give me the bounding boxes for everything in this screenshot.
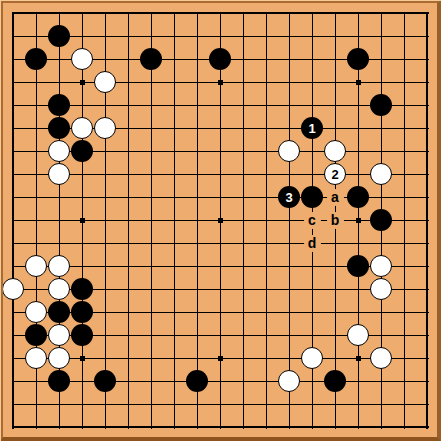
black-stone bbox=[209, 48, 231, 70]
white-stone bbox=[48, 163, 70, 185]
go-board: 123abcd bbox=[0, 0, 441, 441]
white-stone bbox=[71, 117, 93, 139]
white-stone bbox=[370, 347, 392, 369]
white-stone bbox=[2, 278, 24, 300]
black-stone bbox=[71, 301, 93, 323]
black-stone bbox=[370, 209, 392, 231]
black-stone bbox=[324, 370, 346, 392]
white-stone bbox=[48, 324, 70, 346]
black-stone bbox=[71, 324, 93, 346]
black-stone bbox=[48, 25, 70, 47]
black-stone bbox=[48, 117, 70, 139]
white-stone bbox=[370, 255, 392, 277]
point-label-c: c bbox=[304, 212, 321, 229]
black-stone bbox=[71, 278, 93, 300]
point-label-b: b bbox=[327, 212, 344, 229]
move-3-stone-black: 3 bbox=[278, 186, 300, 208]
white-stone bbox=[48, 278, 70, 300]
black-stone bbox=[48, 94, 70, 116]
white-stone bbox=[347, 324, 369, 346]
stones-layer: 123abcd bbox=[2, 2, 439, 439]
white-stone bbox=[301, 347, 323, 369]
black-stone bbox=[48, 370, 70, 392]
black-stone bbox=[186, 370, 208, 392]
black-stone bbox=[370, 94, 392, 116]
point-label-d: d bbox=[304, 235, 321, 252]
black-stone bbox=[94, 370, 116, 392]
white-stone bbox=[278, 370, 300, 392]
black-stone bbox=[347, 255, 369, 277]
move-2-stone-white: 2 bbox=[324, 163, 346, 185]
black-stone bbox=[25, 48, 47, 70]
white-stone bbox=[324, 140, 346, 162]
white-stone bbox=[370, 278, 392, 300]
black-stone bbox=[48, 301, 70, 323]
go-board-diagram: 123abcd bbox=[0, 0, 441, 441]
white-stone bbox=[48, 140, 70, 162]
black-stone bbox=[301, 186, 323, 208]
white-stone bbox=[25, 347, 47, 369]
black-stone bbox=[25, 324, 47, 346]
white-stone bbox=[25, 301, 47, 323]
white-stone bbox=[48, 347, 70, 369]
white-stone bbox=[25, 255, 47, 277]
black-stone bbox=[347, 48, 369, 70]
white-stone bbox=[370, 163, 392, 185]
black-stone bbox=[71, 140, 93, 162]
black-stone bbox=[347, 186, 369, 208]
white-stone bbox=[94, 117, 116, 139]
black-stone bbox=[140, 48, 162, 70]
move-1-stone-black: 1 bbox=[301, 117, 323, 139]
white-stone bbox=[94, 71, 116, 93]
point-label-a: a bbox=[327, 189, 344, 206]
white-stone bbox=[71, 48, 93, 70]
white-stone bbox=[48, 255, 70, 277]
white-stone bbox=[278, 140, 300, 162]
